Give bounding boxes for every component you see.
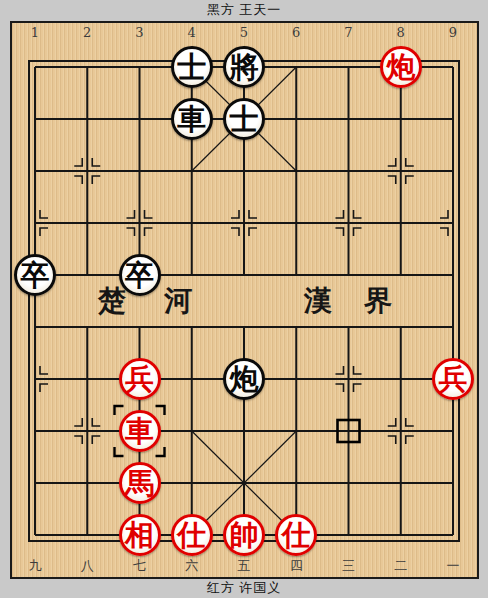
river-text-jie: 界	[364, 282, 392, 320]
piece-black-advisor[interactable]: 士	[223, 98, 265, 140]
piece-black-cannon[interactable]: 炮	[223, 358, 265, 400]
file-label-top: 5	[240, 25, 248, 40]
file-label-top: 6	[292, 25, 300, 40]
file-label-top: 2	[83, 25, 91, 40]
file-label-bottom: 九	[29, 557, 42, 575]
piece-red-general[interactable]: 帥	[223, 514, 265, 556]
xiangqi-board[interactable]: 123456789九八七六五四三二一楚河漢界 士將炮車士卒卒兵炮兵車馬相仕帥仕	[10, 21, 479, 579]
river-text-han: 漢	[304, 282, 332, 320]
file-label-bottom: 一	[447, 557, 460, 575]
file-label-top: 3	[135, 25, 143, 40]
black-player-label: 黑方 王天一	[0, 0, 488, 20]
piece-red-soldier[interactable]: 兵	[119, 358, 161, 400]
file-label-bottom: 五	[238, 557, 251, 575]
file-label-top: 9	[449, 25, 457, 40]
file-label-bottom: 二	[394, 557, 407, 575]
piece-red-advisor[interactable]: 仕	[171, 514, 213, 556]
piece-red-elephant[interactable]: 相	[119, 514, 161, 556]
file-label-top: 1	[31, 25, 39, 40]
file-label-bottom: 六	[185, 557, 198, 575]
piece-black-soldier[interactable]: 卒	[119, 254, 161, 296]
file-label-top: 4	[188, 25, 196, 40]
file-label-top: 8	[397, 25, 405, 40]
file-label-bottom: 七	[133, 557, 146, 575]
river-text-chu: 楚	[98, 282, 126, 320]
piece-red-cannon[interactable]: 炮	[380, 46, 422, 88]
piece-red-soldier[interactable]: 兵	[432, 358, 474, 400]
river-text-he: 河	[164, 282, 192, 320]
red-player-label: 红方 许国义	[0, 578, 488, 598]
file-label-bottom: 四	[290, 557, 303, 575]
piece-black-general[interactable]: 將	[223, 46, 265, 88]
piece-black-soldier[interactable]: 卒	[14, 254, 56, 296]
file-label-bottom: 八	[81, 557, 94, 575]
piece-black-advisor[interactable]: 士	[171, 46, 213, 88]
file-label-bottom: 三	[342, 557, 355, 575]
piece-black-chariot[interactable]: 車	[171, 98, 213, 140]
file-label-top: 7	[344, 25, 352, 40]
piece-red-horse[interactable]: 馬	[119, 462, 161, 504]
piece-red-chariot[interactable]: 車	[119, 410, 161, 452]
piece-red-advisor[interactable]: 仕	[275, 514, 317, 556]
